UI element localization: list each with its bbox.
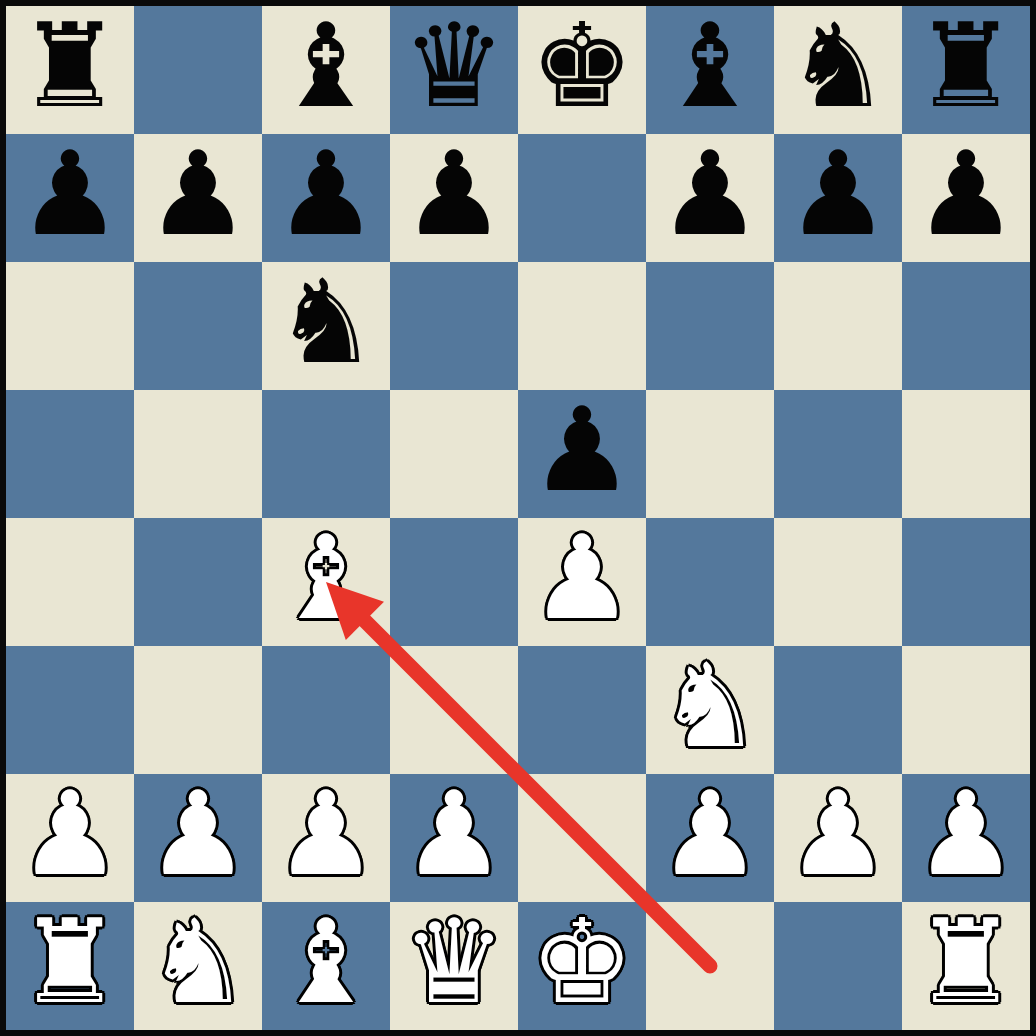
chess-board: ♜♝♛♚♝♞♜♟♟♟♟♟♟♟♞♟♝♟♞♟♟♟♟♟♟♟♜♞♝♛♚♜	[6, 6, 1030, 1030]
piece-black-knight[interactable]: ♞	[786, 2, 890, 130]
piece-white-bishop[interactable]: ♝	[274, 514, 378, 642]
square-e8[interactable]: ♚	[518, 6, 646, 134]
square-d4[interactable]	[390, 518, 518, 646]
square-h4[interactable]	[902, 518, 1030, 646]
piece-black-pawn[interactable]: ♟	[530, 386, 634, 514]
square-e4[interactable]: ♟	[518, 518, 646, 646]
square-c1[interactable]: ♝	[262, 902, 390, 1030]
square-d3[interactable]	[390, 646, 518, 774]
square-g1[interactable]	[774, 902, 902, 1030]
square-f5[interactable]	[646, 390, 774, 518]
square-b7[interactable]: ♟	[134, 134, 262, 262]
square-f8[interactable]: ♝	[646, 6, 774, 134]
piece-white-pawn[interactable]: ♟	[786, 770, 890, 898]
square-b1[interactable]: ♞	[134, 902, 262, 1030]
square-a3[interactable]	[6, 646, 134, 774]
square-b6[interactable]	[134, 262, 262, 390]
square-b4[interactable]	[134, 518, 262, 646]
square-d8[interactable]: ♛	[390, 6, 518, 134]
square-a1[interactable]: ♜	[6, 902, 134, 1030]
square-e6[interactable]	[518, 262, 646, 390]
square-g6[interactable]	[774, 262, 902, 390]
piece-black-pawn[interactable]: ♟	[146, 130, 250, 258]
square-e5[interactable]: ♟	[518, 390, 646, 518]
square-a5[interactable]	[6, 390, 134, 518]
square-a8[interactable]: ♜	[6, 6, 134, 134]
piece-black-pawn[interactable]: ♟	[786, 130, 890, 258]
piece-black-rook[interactable]: ♜	[18, 2, 122, 130]
square-c6[interactable]: ♞	[262, 262, 390, 390]
piece-black-bishop[interactable]: ♝	[274, 2, 378, 130]
piece-black-pawn[interactable]: ♟	[658, 130, 762, 258]
square-f6[interactable]	[646, 262, 774, 390]
square-c5[interactable]	[262, 390, 390, 518]
square-a7[interactable]: ♟	[6, 134, 134, 262]
square-b3[interactable]	[134, 646, 262, 774]
square-c2[interactable]: ♟	[262, 774, 390, 902]
piece-white-pawn[interactable]: ♟	[146, 770, 250, 898]
square-h8[interactable]: ♜	[902, 6, 1030, 134]
square-a2[interactable]: ♟	[6, 774, 134, 902]
square-f7[interactable]: ♟	[646, 134, 774, 262]
square-b5[interactable]	[134, 390, 262, 518]
piece-white-king[interactable]: ♚	[530, 898, 634, 1026]
square-f1[interactable]	[646, 902, 774, 1030]
square-f4[interactable]	[646, 518, 774, 646]
square-g2[interactable]: ♟	[774, 774, 902, 902]
square-c7[interactable]: ♟	[262, 134, 390, 262]
piece-black-pawn[interactable]: ♟	[18, 130, 122, 258]
square-e7[interactable]	[518, 134, 646, 262]
square-a6[interactable]	[6, 262, 134, 390]
piece-black-king[interactable]: ♚	[530, 2, 634, 130]
piece-white-knight[interactable]: ♞	[146, 898, 250, 1026]
square-f2[interactable]: ♟	[646, 774, 774, 902]
piece-black-pawn[interactable]: ♟	[274, 130, 378, 258]
square-h6[interactable]	[902, 262, 1030, 390]
piece-white-pawn[interactable]: ♟	[18, 770, 122, 898]
piece-black-queen[interactable]: ♛	[402, 2, 506, 130]
square-c3[interactable]	[262, 646, 390, 774]
square-h5[interactable]	[902, 390, 1030, 518]
square-g3[interactable]	[774, 646, 902, 774]
piece-black-knight[interactable]: ♞	[274, 258, 378, 386]
square-h3[interactable]	[902, 646, 1030, 774]
piece-white-queen[interactable]: ♛	[402, 898, 506, 1026]
square-a4[interactable]	[6, 518, 134, 646]
piece-white-rook[interactable]: ♜	[18, 898, 122, 1026]
square-d6[interactable]	[390, 262, 518, 390]
piece-white-knight[interactable]: ♞	[658, 642, 762, 770]
piece-white-pawn[interactable]: ♟	[658, 770, 762, 898]
square-b2[interactable]: ♟	[134, 774, 262, 902]
square-h1[interactable]: ♜	[902, 902, 1030, 1030]
square-g4[interactable]	[774, 518, 902, 646]
square-g7[interactable]: ♟	[774, 134, 902, 262]
piece-white-bishop[interactable]: ♝	[274, 898, 378, 1026]
square-h2[interactable]: ♟	[902, 774, 1030, 902]
piece-white-rook[interactable]: ♜	[914, 898, 1018, 1026]
square-e1[interactable]: ♚	[518, 902, 646, 1030]
square-h7[interactable]: ♟	[902, 134, 1030, 262]
chess-board-frame: ♜♝♛♚♝♞♜♟♟♟♟♟♟♟♞♟♝♟♞♟♟♟♟♟♟♟♜♞♝♛♚♜	[0, 0, 1036, 1036]
square-b8[interactable]	[134, 6, 262, 134]
piece-white-pawn[interactable]: ♟	[914, 770, 1018, 898]
square-c8[interactable]: ♝	[262, 6, 390, 134]
square-g8[interactable]: ♞	[774, 6, 902, 134]
square-d1[interactable]: ♛	[390, 902, 518, 1030]
square-d7[interactable]: ♟	[390, 134, 518, 262]
piece-black-pawn[interactable]: ♟	[402, 130, 506, 258]
square-d2[interactable]: ♟	[390, 774, 518, 902]
piece-black-bishop[interactable]: ♝	[658, 2, 762, 130]
piece-black-rook[interactable]: ♜	[914, 2, 1018, 130]
square-d5[interactable]	[390, 390, 518, 518]
piece-white-pawn[interactable]: ♟	[530, 514, 634, 642]
piece-white-pawn[interactable]: ♟	[274, 770, 378, 898]
piece-black-pawn[interactable]: ♟	[914, 130, 1018, 258]
square-e2[interactable]	[518, 774, 646, 902]
square-g5[interactable]	[774, 390, 902, 518]
piece-white-pawn[interactable]: ♟	[402, 770, 506, 898]
square-e3[interactable]	[518, 646, 646, 774]
square-f3[interactable]: ♞	[646, 646, 774, 774]
square-c4[interactable]: ♝	[262, 518, 390, 646]
